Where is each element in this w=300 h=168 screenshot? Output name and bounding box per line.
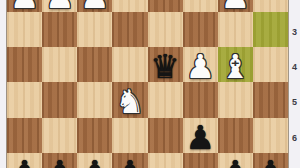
square-b6[interactable] bbox=[218, 118, 253, 153]
square-e6[interactable] bbox=[112, 118, 147, 153]
chess-board[interactable]: ♟♟♟♟♛♟♝♞♟♟♟♟♟♟♟ bbox=[7, 0, 288, 168]
square-a7[interactable]: ♟ bbox=[253, 153, 288, 168]
black-pawn-e7[interactable]: ♟ bbox=[112, 155, 147, 168]
rank-label-6: 6 bbox=[289, 121, 300, 156]
square-c6[interactable]: ♟ bbox=[183, 118, 218, 153]
white-pawn-c4[interactable]: ♟ bbox=[183, 49, 218, 84]
square-c7[interactable] bbox=[183, 153, 218, 168]
square-d2[interactable] bbox=[148, 0, 183, 12]
page-background-left bbox=[0, 0, 7, 168]
square-e4[interactable] bbox=[112, 47, 147, 82]
black-queen-d4[interactable]: ♛ bbox=[148, 49, 183, 84]
square-b4[interactable]: ♝ bbox=[218, 47, 253, 82]
square-c4[interactable]: ♟ bbox=[183, 47, 218, 82]
square-f6[interactable] bbox=[77, 118, 112, 153]
square-b3[interactable] bbox=[218, 12, 253, 47]
square-c2[interactable] bbox=[183, 0, 218, 12]
black-pawn-h7[interactable]: ♟ bbox=[7, 155, 42, 168]
black-pawn-g7[interactable]: ♟ bbox=[42, 155, 77, 168]
square-d3[interactable] bbox=[148, 12, 183, 47]
square-g4[interactable] bbox=[42, 47, 77, 82]
square-h2[interactable]: ♟ bbox=[7, 0, 42, 12]
square-f7[interactable]: ♟ bbox=[77, 153, 112, 168]
square-e7[interactable]: ♟ bbox=[112, 153, 147, 168]
rank-label-4: 4 bbox=[289, 50, 300, 85]
square-g5[interactable] bbox=[42, 82, 77, 117]
square-h3[interactable] bbox=[7, 12, 42, 47]
square-a5[interactable] bbox=[253, 82, 288, 117]
black-pawn-f7[interactable]: ♟ bbox=[77, 155, 112, 168]
rank-label-3: 3 bbox=[289, 15, 300, 50]
white-bishop-b4[interactable]: ♝ bbox=[218, 49, 253, 84]
square-h7[interactable]: ♟ bbox=[7, 153, 42, 168]
square-f4[interactable] bbox=[77, 47, 112, 82]
square-f5[interactable] bbox=[77, 82, 112, 117]
square-d5[interactable] bbox=[148, 82, 183, 117]
white-knight-e5[interactable]: ♞ bbox=[112, 84, 147, 119]
square-g2[interactable]: ♟ bbox=[42, 0, 77, 12]
square-b2[interactable]: ♟ bbox=[218, 0, 253, 12]
square-a6[interactable] bbox=[253, 118, 288, 153]
square-d7[interactable] bbox=[148, 153, 183, 168]
square-h5[interactable] bbox=[7, 82, 42, 117]
square-e3[interactable] bbox=[112, 12, 147, 47]
square-f2[interactable]: ♟ bbox=[77, 0, 112, 12]
rank-label-5: 5 bbox=[289, 85, 300, 120]
square-h4[interactable] bbox=[7, 47, 42, 82]
square-e5[interactable]: ♞ bbox=[112, 82, 147, 117]
square-b7[interactable]: ♟ bbox=[218, 153, 253, 168]
black-pawn-b7[interactable]: ♟ bbox=[218, 155, 253, 168]
rank-labels-strip: 23456 bbox=[288, 0, 300, 168]
square-g6[interactable] bbox=[42, 118, 77, 153]
square-e2[interactable] bbox=[112, 0, 147, 12]
chess-diagram: ♟♟♟♟♛♟♝♞♟♟♟♟♟♟♟ 23456 bbox=[0, 0, 300, 168]
square-a3[interactable] bbox=[253, 12, 288, 47]
black-pawn-a7[interactable]: ♟ bbox=[253, 155, 288, 168]
square-d4[interactable]: ♛ bbox=[148, 47, 183, 82]
square-g3[interactable] bbox=[42, 12, 77, 47]
black-pawn-c6[interactable]: ♟ bbox=[183, 120, 218, 155]
square-b5[interactable] bbox=[218, 82, 253, 117]
square-a4[interactable] bbox=[253, 47, 288, 82]
square-c3[interactable] bbox=[183, 12, 218, 47]
square-h6[interactable] bbox=[7, 118, 42, 153]
rank-label-2: 2 bbox=[289, 0, 300, 15]
square-f3[interactable] bbox=[77, 12, 112, 47]
square-c5[interactable] bbox=[183, 82, 218, 117]
square-d6[interactable] bbox=[148, 118, 183, 153]
square-g7[interactable]: ♟ bbox=[42, 153, 77, 168]
square-a2[interactable] bbox=[253, 0, 288, 12]
